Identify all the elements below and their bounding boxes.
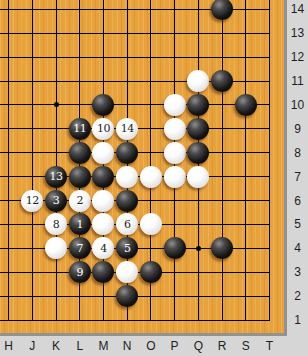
move-number-label: 2 xyxy=(77,195,84,206)
go-board[interactable]: 1110141312328167459 xyxy=(0,0,284,333)
stone-white-P9[interactable] xyxy=(164,118,186,140)
stone-black-L9[interactable]: 11 xyxy=(69,118,91,140)
column-label-S: S xyxy=(236,338,256,354)
row-coordinate-strip: 1413121110987654321 xyxy=(287,0,308,356)
move-number-label: 7 xyxy=(77,242,84,253)
move-number-label: 6 xyxy=(124,218,131,229)
move-number-label: 13 xyxy=(50,171,63,182)
row-label-7: 7 xyxy=(287,169,308,185)
column-label-N: N xyxy=(117,338,137,354)
row-label-2: 2 xyxy=(287,288,308,304)
stone-white-M4[interactable]: 4 xyxy=(92,237,114,259)
stone-white-M6[interactable] xyxy=(92,190,114,212)
move-number-label: 9 xyxy=(77,266,84,277)
stone-white-Q11[interactable] xyxy=(187,70,209,92)
move-number-label: 1 xyxy=(77,218,84,229)
move-number-label: 10 xyxy=(97,123,110,134)
move-number-label: 5 xyxy=(124,242,131,253)
row-label-11: 11 xyxy=(287,73,308,89)
column-label-H: H xyxy=(0,338,19,354)
stone-black-N6[interactable] xyxy=(116,190,138,212)
column-label-P: P xyxy=(165,338,185,354)
stone-black-Q9[interactable] xyxy=(187,118,209,140)
stone-white-N3[interactable] xyxy=(116,261,138,283)
stone-white-O5[interactable] xyxy=(140,213,162,235)
column-coordinate-strip: HJKLMNOPQRST xyxy=(0,336,287,356)
grid-line-row-10 xyxy=(0,104,270,105)
stone-black-L7[interactable] xyxy=(69,166,91,188)
stone-white-P7[interactable] xyxy=(164,166,186,188)
stone-white-N7[interactable] xyxy=(116,166,138,188)
stone-black-P4[interactable] xyxy=(164,237,186,259)
stone-white-M9[interactable]: 10 xyxy=(92,118,114,140)
go-diagram: 1110141312328167459 1413121110987654321 … xyxy=(0,0,308,356)
stone-white-P8[interactable] xyxy=(164,142,186,164)
grid-line-row-12 xyxy=(0,57,270,58)
stone-white-N5[interactable]: 6 xyxy=(116,213,138,235)
column-label-T: T xyxy=(260,338,280,354)
stone-black-L8[interactable] xyxy=(69,142,91,164)
stone-black-Q10[interactable] xyxy=(187,94,209,116)
row-label-1: 1 xyxy=(287,312,308,328)
stone-black-N8[interactable] xyxy=(116,142,138,164)
stone-white-K4[interactable] xyxy=(45,237,67,259)
column-label-Q: Q xyxy=(188,338,208,354)
row-label-4: 4 xyxy=(287,240,308,256)
row-label-14: 14 xyxy=(287,1,308,17)
move-number-label: 12 xyxy=(26,195,39,206)
stone-white-M8[interactable] xyxy=(92,142,114,164)
column-label-M: M xyxy=(93,338,113,354)
stone-black-L4[interactable]: 7 xyxy=(69,237,91,259)
move-number-label: 8 xyxy=(53,218,60,229)
move-number-label: 14 xyxy=(121,123,134,134)
row-label-9: 9 xyxy=(287,121,308,137)
stone-white-J6[interactable]: 12 xyxy=(21,190,43,212)
stone-black-Q8[interactable] xyxy=(187,142,209,164)
row-label-13: 13 xyxy=(287,25,308,41)
row-label-5: 5 xyxy=(287,216,308,232)
column-label-L: L xyxy=(70,338,90,354)
row-label-12: 12 xyxy=(287,49,308,65)
stone-black-R14[interactable] xyxy=(211,0,233,20)
stone-white-O7[interactable] xyxy=(140,166,162,188)
column-label-K: K xyxy=(46,338,66,354)
move-number-label: 3 xyxy=(53,195,60,206)
stone-black-N4[interactable]: 5 xyxy=(116,237,138,259)
stone-black-R4[interactable] xyxy=(211,237,233,259)
stone-white-N9[interactable]: 14 xyxy=(116,118,138,140)
column-label-O: O xyxy=(141,338,161,354)
stone-black-S10[interactable] xyxy=(235,94,257,116)
stone-black-K6[interactable]: 3 xyxy=(45,190,67,212)
column-label-J: J xyxy=(22,338,42,354)
move-number-label: 11 xyxy=(73,123,86,134)
grid-line-row-1 xyxy=(0,320,270,321)
stone-black-O3[interactable] xyxy=(140,261,162,283)
stone-black-L3[interactable]: 9 xyxy=(69,261,91,283)
stone-black-N2[interactable] xyxy=(116,285,138,307)
row-label-3: 3 xyxy=(287,264,308,280)
move-number-label: 4 xyxy=(100,242,107,253)
stone-white-K5[interactable]: 8 xyxy=(45,213,67,235)
stone-black-K7[interactable]: 13 xyxy=(45,166,67,188)
star-point-K10 xyxy=(54,102,59,107)
stone-white-M5[interactable] xyxy=(92,213,114,235)
stone-white-Q7[interactable] xyxy=(187,166,209,188)
row-label-6: 6 xyxy=(287,193,308,209)
column-label-R: R xyxy=(212,338,232,354)
stone-black-M10[interactable] xyxy=(92,94,114,116)
stone-black-M3[interactable] xyxy=(92,261,114,283)
stone-black-L5[interactable]: 1 xyxy=(69,213,91,235)
row-label-10: 10 xyxy=(287,97,308,113)
star-point-Q4 xyxy=(196,246,201,251)
stone-black-R11[interactable] xyxy=(211,70,233,92)
stone-white-L6[interactable]: 2 xyxy=(69,190,91,212)
grid-line-row-13 xyxy=(0,33,270,34)
stone-black-M7[interactable] xyxy=(92,166,114,188)
row-label-8: 8 xyxy=(287,145,308,161)
stone-white-P10[interactable] xyxy=(164,94,186,116)
